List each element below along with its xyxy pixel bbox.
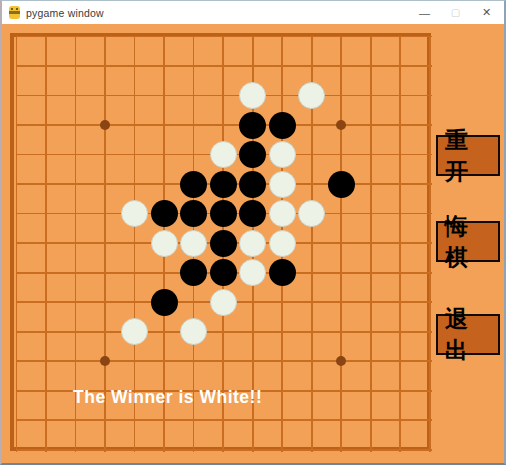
white-stone-7-4 [210, 141, 237, 168]
black-stone-7-6 [210, 200, 237, 227]
white-stone-9-4 [269, 141, 296, 168]
white-stone-5-7 [151, 230, 178, 257]
white-stone-7-9 [210, 289, 237, 316]
white-stone-10-2 [298, 82, 325, 109]
white-stone-9-5 [269, 171, 296, 198]
restart-button[interactable]: 重开 [436, 135, 500, 176]
star-point-11-11 [336, 356, 346, 366]
black-stone-8-5 [239, 171, 266, 198]
white-stone-9-6 [269, 200, 296, 227]
white-stone-10-6 [298, 200, 325, 227]
white-stone-9-7 [269, 230, 296, 257]
undo-button[interactable]: 悔棋 [436, 221, 500, 262]
white-stone-4-10 [121, 318, 148, 345]
black-stone-5-6 [151, 200, 178, 227]
black-stone-7-7 [210, 230, 237, 257]
black-stone-6-5 [180, 171, 207, 198]
black-stone-6-8 [180, 259, 207, 286]
white-stone-4-6 [121, 200, 148, 227]
star-point-3-11 [100, 356, 110, 366]
black-stone-9-8 [269, 259, 296, 286]
title-bar: pygame window — ▢ ✕ [2, 1, 504, 24]
exit-button[interactable]: 退出 [436, 314, 500, 355]
close-button[interactable]: ✕ [471, 1, 502, 24]
black-stone-7-5 [210, 171, 237, 198]
minimize-button[interactable]: — [409, 1, 440, 24]
black-stone-9-3 [269, 112, 296, 139]
window-controls: — ▢ ✕ [409, 1, 502, 24]
black-stone-8-4 [239, 141, 266, 168]
window-title: pygame window [26, 7, 104, 19]
game-area: 重开 悔棋 退出 The Winner is White!! [2, 24, 504, 463]
winner-message: The Winner is White!! [73, 387, 262, 408]
white-stone-8-2 [239, 82, 266, 109]
black-stone-5-9 [151, 289, 178, 316]
pygame-icon [8, 6, 21, 19]
white-stone-8-8 [239, 259, 266, 286]
black-stone-8-6 [239, 200, 266, 227]
black-stone-11-5 [328, 171, 355, 198]
star-point-3-3 [100, 120, 110, 130]
white-stone-8-7 [239, 230, 266, 257]
maximize-button[interactable]: ▢ [440, 1, 471, 24]
black-stone-7-8 [210, 259, 237, 286]
black-stone-8-3 [239, 112, 266, 139]
white-stone-6-7 [180, 230, 207, 257]
star-point-11-3 [336, 120, 346, 130]
black-stone-6-6 [180, 200, 207, 227]
pygame-window: pygame window — ▢ ✕ 重开 悔棋 退出 The Winner … [0, 0, 506, 465]
white-stone-6-10 [180, 318, 207, 345]
